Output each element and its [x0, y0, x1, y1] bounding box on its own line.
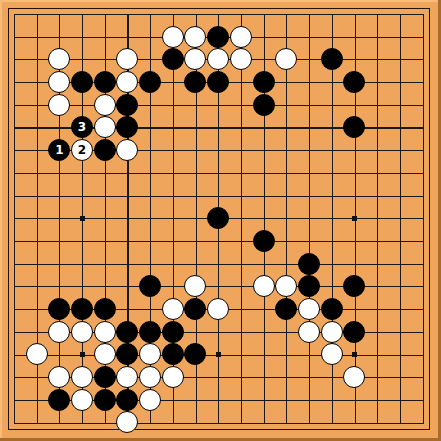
board-cell	[275, 230, 298, 253]
board-cell	[161, 48, 184, 71]
board-cell	[3, 343, 26, 366]
board-cell	[71, 161, 94, 184]
white-stone	[275, 48, 297, 70]
board-cell	[139, 230, 162, 253]
board-cell	[320, 230, 343, 253]
white-stone	[343, 366, 365, 388]
black-stone	[162, 321, 184, 343]
board-cell	[411, 298, 434, 321]
move-number-label: 2	[78, 144, 86, 156]
board-cell	[161, 184, 184, 207]
board-cell	[230, 48, 253, 71]
board-cell	[252, 411, 275, 434]
board-cell	[298, 93, 321, 116]
board-cell	[93, 184, 116, 207]
white-stone	[48, 71, 70, 93]
board-cell	[161, 252, 184, 275]
board-cell	[320, 411, 343, 434]
board-cell	[3, 320, 26, 343]
board-cell	[25, 93, 48, 116]
board-cell	[298, 207, 321, 230]
board-cell	[388, 388, 411, 411]
board-cell	[388, 161, 411, 184]
black-stone	[253, 94, 275, 116]
white-stone	[207, 298, 229, 320]
board-cell	[25, 298, 48, 321]
black-stone	[48, 389, 70, 411]
board-cell	[93, 116, 116, 139]
board-cell: 1	[48, 139, 71, 162]
board-cell	[116, 25, 139, 48]
board-cell	[25, 320, 48, 343]
white-stone	[116, 411, 138, 433]
board-cell	[411, 343, 434, 366]
board-cell	[275, 275, 298, 298]
white-stone	[184, 275, 206, 297]
black-stone	[162, 48, 184, 70]
board-cell	[388, 411, 411, 434]
white-stone	[94, 321, 116, 343]
board-cell	[252, 116, 275, 139]
board-cell	[275, 207, 298, 230]
board-cell	[388, 93, 411, 116]
black-stone	[94, 298, 116, 320]
board-cell	[71, 3, 94, 26]
board-cell	[71, 207, 94, 230]
board-cell	[48, 207, 71, 230]
board-cell	[71, 275, 94, 298]
board-cell	[320, 139, 343, 162]
board-cell	[116, 366, 139, 389]
white-stone	[253, 275, 275, 297]
board-cell	[252, 230, 275, 253]
board-cell	[411, 184, 434, 207]
board-cell	[48, 93, 71, 116]
white-stone	[71, 321, 93, 343]
board-cell	[184, 366, 207, 389]
board-cell	[3, 71, 26, 94]
board-cell	[230, 275, 253, 298]
board-cell	[3, 252, 26, 275]
board-cell	[93, 230, 116, 253]
black-stone	[71, 298, 93, 320]
board-cell	[388, 71, 411, 94]
board-cell	[230, 161, 253, 184]
board-cell	[116, 343, 139, 366]
board-cell	[48, 230, 71, 253]
board-cell	[71, 366, 94, 389]
board-cell	[411, 71, 434, 94]
board-cell	[230, 343, 253, 366]
black-stone	[207, 71, 229, 93]
board-cell	[207, 411, 230, 434]
board-cell	[161, 366, 184, 389]
board-cell	[25, 207, 48, 230]
board-cell	[25, 3, 48, 26]
board-cell	[388, 48, 411, 71]
board-cell	[411, 161, 434, 184]
black-stone	[253, 230, 275, 252]
board-cell	[25, 230, 48, 253]
board-cell	[3, 275, 26, 298]
board-cell	[3, 230, 26, 253]
black-stone	[207, 26, 229, 48]
white-stone	[184, 26, 206, 48]
board-cell	[3, 366, 26, 389]
black-stone	[139, 71, 161, 93]
board-cell	[320, 320, 343, 343]
board-cell	[320, 116, 343, 139]
board-cell	[3, 93, 26, 116]
board-cell	[207, 230, 230, 253]
board-cell	[207, 298, 230, 321]
board-cell	[93, 139, 116, 162]
board-cell	[320, 161, 343, 184]
board-cell	[116, 139, 139, 162]
board-cell	[93, 3, 116, 26]
board-cell	[252, 139, 275, 162]
board-cell	[230, 207, 253, 230]
board-cell	[93, 207, 116, 230]
board-cell	[298, 71, 321, 94]
board-cell	[252, 298, 275, 321]
black-stone	[184, 71, 206, 93]
board-cell	[230, 320, 253, 343]
board-cell	[411, 3, 434, 26]
board-cell	[93, 252, 116, 275]
board-cell	[207, 275, 230, 298]
board-cell	[366, 116, 389, 139]
board-cell	[93, 388, 116, 411]
board-cell	[298, 116, 321, 139]
board-cell	[275, 71, 298, 94]
board-cell	[207, 366, 230, 389]
board-cell	[116, 230, 139, 253]
board-cell	[343, 275, 366, 298]
board-cell	[139, 139, 162, 162]
board-cell	[116, 411, 139, 434]
board-cell	[366, 184, 389, 207]
board-cell	[116, 116, 139, 139]
black-stone	[207, 207, 229, 229]
board-cell	[298, 320, 321, 343]
board-cell	[230, 411, 253, 434]
board-cell	[139, 93, 162, 116]
board-cell	[411, 116, 434, 139]
board-cell	[230, 252, 253, 275]
board-cell	[184, 3, 207, 26]
board-cell	[366, 388, 389, 411]
board-cell	[230, 93, 253, 116]
board-cell	[343, 320, 366, 343]
board-cell	[139, 207, 162, 230]
board-cell	[298, 343, 321, 366]
board-cell	[411, 388, 434, 411]
board-cell	[93, 343, 116, 366]
board-cell	[25, 275, 48, 298]
board-cell	[139, 116, 162, 139]
board-cell	[139, 388, 162, 411]
board-cell	[93, 161, 116, 184]
board-cell	[230, 388, 253, 411]
board-cell: 2	[71, 139, 94, 162]
board-cell	[207, 93, 230, 116]
board-cell	[388, 184, 411, 207]
white-stone	[230, 48, 252, 70]
board-cell	[230, 116, 253, 139]
board-cell	[207, 25, 230, 48]
board-cell	[48, 3, 71, 26]
board-cell	[184, 207, 207, 230]
board-cell	[161, 343, 184, 366]
board-cell	[116, 252, 139, 275]
board-cell	[25, 139, 48, 162]
board-cell	[275, 388, 298, 411]
board-cell	[388, 366, 411, 389]
board-cell	[207, 71, 230, 94]
board-cell	[411, 252, 434, 275]
board-cell	[161, 230, 184, 253]
board-cell	[298, 139, 321, 162]
board-cell	[139, 184, 162, 207]
board-cell	[275, 298, 298, 321]
board-cell	[207, 252, 230, 275]
board-cell	[320, 207, 343, 230]
board-cell	[71, 298, 94, 321]
board-cell	[3, 388, 26, 411]
white-stone	[275, 275, 297, 297]
black-stone	[116, 343, 138, 365]
black-stone	[139, 321, 161, 343]
board-cell	[93, 411, 116, 434]
board-cell	[252, 366, 275, 389]
board-cell	[320, 93, 343, 116]
board-cell	[252, 207, 275, 230]
board-cell	[298, 25, 321, 48]
board-cell	[411, 93, 434, 116]
white-stone	[94, 343, 116, 365]
board-cell	[71, 25, 94, 48]
board-cell	[48, 71, 71, 94]
board-cell	[184, 93, 207, 116]
board-cell	[411, 139, 434, 162]
board-cell	[48, 161, 71, 184]
white-stone	[48, 48, 70, 70]
board-cell	[343, 139, 366, 162]
board-cell	[252, 275, 275, 298]
board-cell	[252, 184, 275, 207]
black-stone	[48, 298, 70, 320]
board-cell	[252, 343, 275, 366]
board-cell	[184, 411, 207, 434]
board-cell	[184, 252, 207, 275]
board-cell	[275, 139, 298, 162]
board-cell	[388, 25, 411, 48]
board-cell	[71, 320, 94, 343]
board-bevel-left	[0, 0, 2, 441]
board-cell	[411, 25, 434, 48]
black-stone	[116, 116, 138, 138]
board-cell	[93, 93, 116, 116]
board-cell	[93, 25, 116, 48]
board-cell	[366, 275, 389, 298]
board-cell	[388, 252, 411, 275]
board-cell	[320, 388, 343, 411]
board-cell	[161, 25, 184, 48]
board-cell	[71, 48, 94, 71]
board-cell	[366, 71, 389, 94]
board-cell	[343, 25, 366, 48]
white-stone	[116, 71, 138, 93]
white-stone	[26, 343, 48, 365]
white-stone	[298, 321, 320, 343]
board-cell	[184, 184, 207, 207]
black-stone	[94, 139, 116, 161]
board-cell	[230, 71, 253, 94]
board-cell	[207, 207, 230, 230]
board-cell	[25, 252, 48, 275]
board-cell	[207, 161, 230, 184]
board-cell	[298, 230, 321, 253]
board-cell	[388, 230, 411, 253]
black-stone	[253, 71, 275, 93]
board-cell	[48, 48, 71, 71]
board-cell	[25, 366, 48, 389]
board-cell	[320, 343, 343, 366]
board-cell	[343, 161, 366, 184]
board-cell	[139, 25, 162, 48]
board-cell	[252, 388, 275, 411]
white-stone: 2	[71, 139, 93, 161]
board-cell	[275, 252, 298, 275]
board-cell	[252, 320, 275, 343]
board-cell	[25, 388, 48, 411]
board-cell	[161, 116, 184, 139]
board-cell	[184, 116, 207, 139]
board-cell	[343, 116, 366, 139]
board-cell	[388, 275, 411, 298]
board-cell	[298, 388, 321, 411]
white-stone	[162, 26, 184, 48]
board-cell	[48, 116, 71, 139]
board-cell	[184, 275, 207, 298]
board-cell	[3, 207, 26, 230]
board-cell	[71, 388, 94, 411]
board-cell	[320, 25, 343, 48]
board-cell	[93, 48, 116, 71]
board-cell	[161, 207, 184, 230]
board-cell	[252, 161, 275, 184]
white-stone	[94, 94, 116, 116]
board-cell	[343, 252, 366, 275]
black-stone	[94, 389, 116, 411]
board-cell	[252, 3, 275, 26]
board-cell	[48, 388, 71, 411]
board-cell	[343, 3, 366, 26]
board-cell	[275, 93, 298, 116]
board-cell	[343, 298, 366, 321]
board-cell	[116, 184, 139, 207]
board-cell	[275, 3, 298, 26]
board-cell	[320, 184, 343, 207]
board-cell	[275, 320, 298, 343]
board-cell	[3, 116, 26, 139]
board-cell	[343, 184, 366, 207]
board-cell	[184, 343, 207, 366]
board-cell	[275, 366, 298, 389]
board-cell	[161, 93, 184, 116]
board-cell	[116, 388, 139, 411]
board-cell	[93, 275, 116, 298]
board-cell	[388, 207, 411, 230]
black-stone	[321, 298, 343, 320]
black-stone	[298, 275, 320, 297]
black-stone	[139, 275, 161, 297]
board-cell	[184, 25, 207, 48]
board-cell	[298, 366, 321, 389]
board-cell	[48, 275, 71, 298]
board-cell	[207, 139, 230, 162]
board-cell	[411, 320, 434, 343]
black-stone	[321, 48, 343, 70]
white-stone	[139, 366, 161, 388]
board-cell	[184, 48, 207, 71]
board-cell	[388, 116, 411, 139]
board-cell	[298, 411, 321, 434]
board-cell	[184, 298, 207, 321]
board-cell: 3	[71, 116, 94, 139]
board-cell	[48, 252, 71, 275]
board-cell	[366, 411, 389, 434]
board-cell	[48, 184, 71, 207]
board-cell	[207, 184, 230, 207]
board-cell	[298, 161, 321, 184]
go-board-grid: 312	[3, 3, 434, 434]
white-stone	[116, 366, 138, 388]
black-stone	[162, 343, 184, 365]
board-cell	[366, 320, 389, 343]
board-cell	[207, 3, 230, 26]
board-cell	[25, 184, 48, 207]
black-stone	[94, 366, 116, 388]
board-cell	[298, 48, 321, 71]
board-cell	[25, 48, 48, 71]
board-cell	[275, 411, 298, 434]
board-cell	[411, 366, 434, 389]
board-cell	[139, 252, 162, 275]
board-cell	[252, 93, 275, 116]
board-cell	[207, 320, 230, 343]
board-cell	[366, 366, 389, 389]
white-stone	[321, 343, 343, 365]
board-cell	[320, 71, 343, 94]
board-cell	[298, 252, 321, 275]
board-cell	[275, 116, 298, 139]
board-cell	[116, 298, 139, 321]
black-stone	[116, 94, 138, 116]
board-cell	[25, 161, 48, 184]
board-cell	[411, 411, 434, 434]
board-cell	[3, 48, 26, 71]
board-cell	[184, 71, 207, 94]
board-cell	[48, 366, 71, 389]
board-cell	[71, 252, 94, 275]
board-cell	[230, 3, 253, 26]
white-stone	[162, 366, 184, 388]
board-cell	[343, 388, 366, 411]
board-cell	[71, 93, 94, 116]
board-cell	[320, 298, 343, 321]
